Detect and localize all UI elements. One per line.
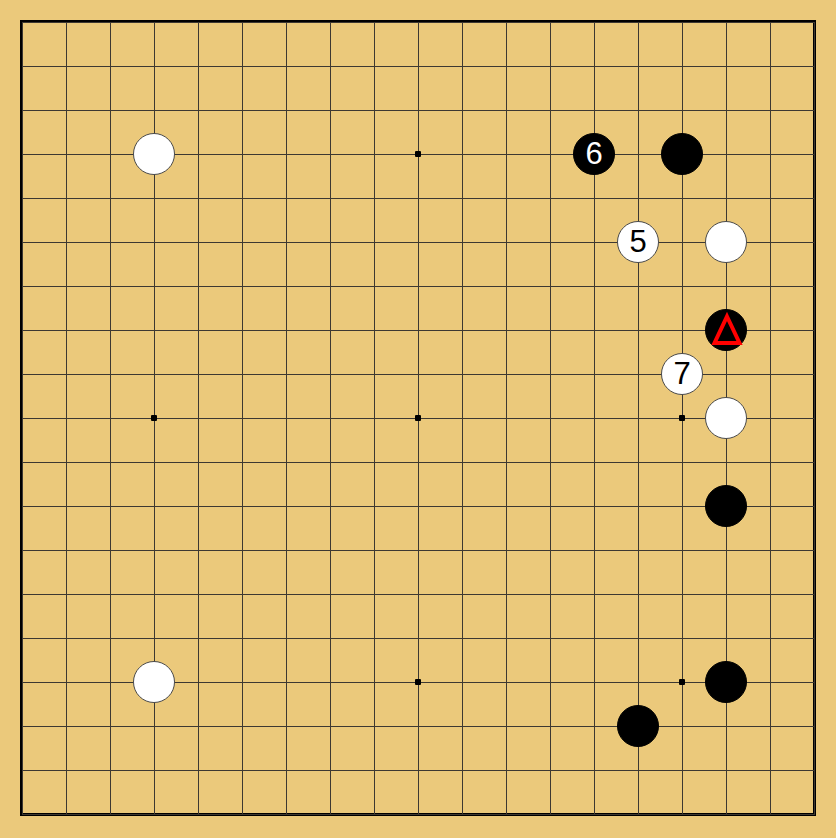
black-stone <box>704 484 748 528</box>
black-stone-triangle-marked <box>704 308 748 352</box>
move-number-label: 6 <box>585 138 602 171</box>
white-stone: 7 <box>660 352 704 396</box>
white-stone: 5 <box>616 220 660 264</box>
go-board: 657 <box>0 0 836 838</box>
black-stone <box>660 132 704 176</box>
triangle-mark-icon <box>706 310 748 352</box>
black-stone <box>704 660 748 704</box>
move-number-label: 7 <box>673 358 690 391</box>
white-stone <box>704 396 748 440</box>
black-stone <box>616 704 660 748</box>
white-stone <box>704 220 748 264</box>
move-number-label: 5 <box>629 226 646 259</box>
white-stone <box>132 132 176 176</box>
board-grid[interactable]: 657 <box>0 0 836 836</box>
black-stone: 6 <box>572 132 616 176</box>
white-stone <box>132 660 176 704</box>
